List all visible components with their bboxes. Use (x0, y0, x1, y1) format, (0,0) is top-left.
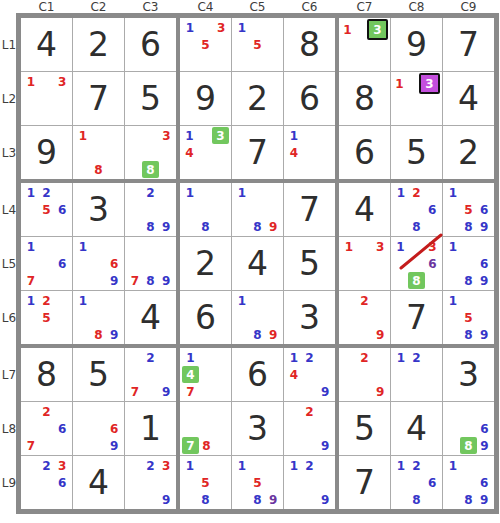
candidate-2: 2 (143, 184, 159, 201)
cell-L3C6[interactable]: 14 (284, 126, 335, 179)
cell-L4C4[interactable]: 18 (180, 183, 231, 236)
candidate-grid: 135 (180, 18, 231, 71)
cell-L4C1[interactable]: 1256 (21, 183, 72, 236)
candidate-1: 1 (286, 457, 302, 474)
row-label-L4: L4 (2, 203, 16, 217)
cell-L4C5[interactable]: 189 (232, 183, 283, 236)
candidate-1: 1 (341, 238, 357, 255)
magenta-box: 3 (419, 73, 440, 94)
candidate-6: 6 (424, 201, 440, 218)
placed-digit: 7 (284, 183, 335, 236)
cell-L3C2[interactable]: 18 (73, 126, 124, 179)
candidate-grid: 267 (21, 402, 72, 455)
candidate-7-highlight: 7 (182, 437, 199, 454)
candidate-4: 4 (182, 144, 197, 161)
candidate-3: 3 (372, 238, 388, 255)
candidate-1: 1 (445, 238, 461, 255)
candidate-8: 8 (461, 491, 477, 508)
cell-L8C1[interactable]: 267 (21, 402, 72, 455)
candidate-grid: 169 (73, 237, 124, 290)
cell-L9C5[interactable]: 1589 (232, 456, 283, 509)
candidate-8: 8 (91, 326, 107, 343)
candidate-2: 2 (409, 457, 425, 474)
candidate-2: 2 (357, 349, 373, 366)
row-label-L3: L3 (2, 146, 16, 160)
cell-L7C3[interactable]: 279 (125, 348, 176, 401)
cell-L2C1[interactable]: 13 (21, 72, 72, 125)
box-1-1: 426137591838 (21, 18, 176, 179)
cell-L4C6[interactable]: 7 (284, 183, 335, 236)
cell-L6C9[interactable]: 1589 (443, 291, 494, 344)
candidate-9: 9 (106, 437, 122, 454)
candidate-grid: 13 (339, 18, 390, 71)
candidate-3: 3 (159, 127, 174, 144)
candidate-grid: 289 (125, 183, 176, 236)
candidate-grid: 789 (125, 237, 176, 290)
candidate-1: 1 (23, 73, 39, 90)
col-label-C7: C7 (356, 0, 372, 14)
candidate-7: 7 (23, 272, 39, 289)
candidate-grid: 29 (339, 291, 390, 344)
cell-L9C4[interactable]: 158 (180, 456, 231, 509)
candidate-6: 6 (425, 255, 440, 272)
candidate-9: 9 (317, 491, 333, 508)
cell-L7C6[interactable]: 1249 (284, 348, 335, 401)
placed-digit: 6 (180, 291, 231, 344)
cell-L9C1[interactable]: 236 (21, 456, 72, 509)
cell-L2C5[interactable]: 2 (232, 72, 283, 125)
cell-L2C7[interactable]: 8 (339, 72, 390, 125)
candidate-2: 2 (357, 292, 373, 309)
cell-L8C6[interactable]: 29 (284, 402, 335, 455)
cell-L5C6[interactable]: 5 (284, 237, 335, 290)
candidate-8: 8 (143, 218, 159, 235)
candidate-6: 6 (54, 201, 70, 218)
placed-digit: 2 (180, 237, 231, 290)
candidate-3-struck: 3 (425, 238, 440, 255)
cell-L1C3[interactable]: 6 (125, 18, 176, 71)
candidate-1: 1 (445, 292, 461, 309)
placed-digit: 4 (21, 18, 72, 71)
candidate-grid: 38 (125, 126, 176, 179)
candidate-7: 7 (182, 383, 199, 400)
candidate-1: 1 (341, 19, 354, 40)
placed-digit: 6 (125, 18, 176, 71)
green-box: 8 (408, 272, 425, 289)
candidate-1: 1 (75, 238, 91, 255)
cell-L8C3[interactable]: 1 (125, 402, 176, 455)
candidate-grid: 69 (73, 402, 124, 455)
candidate-grid: 1689 (443, 237, 494, 290)
candidate-3: 3 (158, 457, 174, 474)
placed-digit: 4 (232, 237, 283, 290)
candidate-9: 9 (317, 437, 333, 454)
candidate-1: 1 (393, 349, 409, 366)
row-label-L8: L8 (2, 422, 16, 436)
candidate-grid: 78 (180, 402, 231, 455)
green-box: 7 (182, 437, 199, 454)
candidate-1: 1 (182, 127, 197, 144)
placed-digit: 5 (125, 72, 176, 125)
candidate-2: 2 (409, 349, 425, 366)
candidate-9: 9 (158, 272, 174, 289)
cell-L7C2[interactable]: 5 (73, 348, 124, 401)
candidate-5: 5 (461, 201, 477, 218)
cell-L8C5[interactable]: 3 (232, 402, 283, 455)
candidate-1: 1 (234, 292, 250, 309)
candidate-grid: 1268 (391, 456, 442, 509)
cell-L5C5[interactable]: 4 (232, 237, 283, 290)
candidate-6: 6 (54, 420, 70, 437)
cell-L5C3[interactable]: 789 (125, 237, 176, 290)
col-label-C1: C1 (38, 0, 54, 14)
candidate-3-highlight: 3 (367, 19, 388, 40)
placed-digit: 5 (284, 237, 335, 290)
candidate-grid: 15689 (443, 183, 494, 236)
candidate-4-highlight: 4 (182, 366, 199, 383)
cell-L1C9[interactable]: 7 (443, 18, 494, 71)
candidate-1: 1 (182, 184, 198, 201)
candidate-grid: 189 (232, 291, 283, 344)
cell-L4C7[interactable]: 4 (339, 183, 390, 236)
cell-L2C8[interactable]: 13 (391, 72, 442, 125)
sudoku-board: 4261375918381351589261347141397813465212… (16, 13, 499, 514)
cell-L4C2[interactable]: 3 (73, 183, 124, 236)
cell-L6C1[interactable]: 125 (21, 291, 72, 344)
cell-L5C7[interactable]: 13 (339, 237, 390, 290)
candidate-grid: 1589 (443, 291, 494, 344)
col-label-C8: C8 (408, 0, 424, 14)
cell-L8C9[interactable]: 689 (443, 402, 494, 455)
cell-L3C8[interactable]: 5 (391, 126, 442, 179)
candidate-8: 8 (250, 326, 266, 343)
candidate-grid: 125 (21, 291, 72, 344)
cell-L9C8[interactable]: 1268 (391, 456, 442, 509)
candidate-6: 6 (106, 420, 122, 437)
placed-digit: 1 (125, 402, 176, 455)
candidate-1: 1 (75, 127, 91, 144)
box-2-3: 412681568913136816892971589 (339, 183, 494, 344)
candidate-1: 1 (393, 238, 408, 255)
placed-digit: 6 (339, 126, 390, 179)
candidate-6: 6 (106, 255, 122, 272)
cell-L5C8[interactable]: 1368 (391, 237, 442, 290)
candidate-9: 9 (372, 326, 388, 343)
col-label-C5: C5 (249, 0, 265, 14)
cell-L2C6[interactable]: 6 (284, 72, 335, 125)
candidate-2: 2 (143, 349, 159, 366)
cell-L8C2[interactable]: 69 (73, 402, 124, 455)
candidate-grid: 279 (125, 348, 176, 401)
box-3-3: 2912354689712681689 (339, 348, 494, 509)
candidate-5: 5 (198, 474, 214, 491)
candidate-2: 2 (302, 457, 318, 474)
candidate-3: 3 (54, 457, 70, 474)
candidate-9: 9 (158, 491, 174, 508)
candidate-2: 2 (39, 457, 55, 474)
placed-digit: 2 (443, 126, 494, 179)
candidate-grid: 189 (232, 183, 283, 236)
cell-L7C7[interactable]: 29 (339, 348, 390, 401)
cell-L1C7[interactable]: 13 (339, 18, 390, 71)
candidate-grid: 239 (125, 456, 176, 509)
candidate-9: 9 (265, 326, 281, 343)
placed-digit: 7 (232, 126, 283, 179)
candidate-grid: 147 (180, 348, 231, 401)
cell-L9C9[interactable]: 1689 (443, 456, 494, 509)
candidate-grid: 189 (73, 291, 124, 344)
cell-L6C5[interactable]: 189 (232, 291, 283, 344)
candidate-grid: 129 (284, 456, 335, 509)
candidate-9: 9 (476, 326, 492, 343)
candidate-5: 5 (39, 309, 55, 326)
candidate-8: 8 (199, 437, 214, 454)
candidate-6: 6 (476, 474, 492, 491)
candidate-9: 9 (372, 383, 388, 400)
candidate-grid: 14 (284, 126, 335, 179)
candidate-3-highlight: 3 (212, 127, 229, 144)
candidate-grid: 1268 (391, 183, 442, 236)
placed-digit: 3 (443, 348, 494, 401)
cell-L9C6[interactable]: 129 (284, 456, 335, 509)
candidate-grid: 167 (21, 237, 72, 290)
cell-L7C8[interactable]: 12 (391, 348, 442, 401)
candidate-8: 8 (250, 218, 266, 235)
candidate-9: 9 (476, 272, 492, 289)
col-label-C6: C6 (301, 0, 317, 14)
candidate-4: 4 (286, 144, 302, 161)
candidate-1: 1 (23, 184, 39, 201)
cell-L4C9[interactable]: 15689 (443, 183, 494, 236)
box-2-2: 18189724561893 (180, 183, 335, 344)
placed-digit: 7 (391, 291, 442, 344)
placed-digit: 9 (180, 72, 231, 125)
candidate-1: 1 (445, 184, 461, 201)
cell-L2C9[interactable]: 4 (443, 72, 494, 125)
candidate-grid: 13 (21, 72, 72, 125)
candidate-9: 9 (106, 272, 122, 289)
green-box: 4 (182, 366, 199, 383)
box-1-3: 13978134652 (339, 18, 494, 179)
cell-L1C2[interactable]: 2 (73, 18, 124, 71)
candidate-8: 8 (461, 272, 477, 289)
col-label-C3: C3 (142, 0, 158, 14)
candidate-5: 5 (39, 201, 55, 218)
cell-L1C1[interactable]: 4 (21, 18, 72, 71)
candidate-grid: 18 (180, 183, 231, 236)
candidate-1: 1 (75, 292, 91, 309)
candidate-8: 8 (250, 491, 266, 508)
candidate-1: 1 (182, 19, 198, 36)
candidate-grid: 1249 (284, 348, 335, 401)
cell-L7C5[interactable]: 6 (232, 348, 283, 401)
cell-L9C7[interactable]: 7 (339, 456, 390, 509)
candidate-8: 8 (198, 218, 214, 235)
cell-L8C7[interactable]: 5 (339, 402, 390, 455)
candidate-7: 7 (127, 272, 143, 289)
cell-L6C3[interactable]: 4 (125, 291, 176, 344)
cell-L9C2[interactable]: 4 (73, 456, 124, 509)
cell-L7C1[interactable]: 8 (21, 348, 72, 401)
col-label-C2: C2 (90, 0, 106, 14)
candidate-8: 8 (409, 218, 425, 235)
cell-L5C4[interactable]: 2 (180, 237, 231, 290)
cell-L1C6[interactable]: 8 (284, 18, 335, 71)
candidate-1: 1 (234, 457, 250, 474)
placed-digit: 8 (21, 348, 72, 401)
placed-digit: 3 (232, 402, 283, 455)
cell-L6C4[interactable]: 6 (180, 291, 231, 344)
placed-digit: 4 (125, 291, 176, 344)
cell-L5C2[interactable]: 169 (73, 237, 124, 290)
cell-L3C3[interactable]: 38 (125, 126, 176, 179)
candidate-8: 8 (91, 161, 107, 178)
cell-L1C5[interactable]: 15 (232, 18, 283, 71)
candidate-grid: 1368 (391, 237, 442, 290)
candidate-8: 8 (409, 491, 425, 508)
placed-digit: 4 (443, 72, 494, 125)
candidate-8: 8 (143, 272, 159, 289)
placed-digit: 3 (73, 183, 124, 236)
cell-L3C1[interactable]: 9 (21, 126, 72, 179)
placed-digit: 5 (73, 348, 124, 401)
placed-digit: 3 (284, 291, 335, 344)
candidate-9: 9 (106, 326, 122, 343)
placed-digit: 2 (73, 18, 124, 71)
candidate-5: 5 (198, 36, 214, 53)
placed-digit: 4 (391, 402, 442, 455)
candidate-8: 8 (198, 491, 214, 508)
candidate-1: 1 (393, 73, 406, 94)
candidate-9: 9 (476, 491, 492, 508)
candidate-9: 9 (158, 218, 174, 235)
candidate-3: 3 (54, 73, 70, 90)
placed-digit: 5 (391, 126, 442, 179)
placed-digit: 7 (73, 72, 124, 125)
candidate-1: 1 (182, 457, 198, 474)
candidate-5: 5 (250, 36, 266, 53)
candidate-1: 1 (286, 127, 302, 144)
green-box: 8 (460, 437, 477, 454)
candidate-8: 8 (461, 218, 477, 235)
candidate-1: 1 (445, 457, 461, 474)
candidate-grid: 1689 (443, 456, 494, 509)
cell-L1C4[interactable]: 135 (180, 18, 231, 71)
cell-L3C5[interactable]: 7 (232, 126, 283, 179)
sudoku-screenshot: C1C2C3C4C5C6C7C8C9 L1L2L3L4L5L6L7L8L9 42… (0, 0, 500, 523)
cell-L5C1[interactable]: 167 (21, 237, 72, 290)
cell-L9C3[interactable]: 239 (125, 456, 176, 509)
cell-L7C9[interactable]: 3 (443, 348, 494, 401)
candidate-1: 1 (234, 19, 250, 36)
cell-L6C8[interactable]: 7 (391, 291, 442, 344)
candidate-7: 7 (127, 383, 143, 400)
candidate-9: 9 (476, 218, 492, 235)
candidate-6: 6 (476, 255, 492, 272)
candidate-2: 2 (39, 292, 55, 309)
candidate-2: 2 (302, 349, 318, 366)
row-label-L9: L9 (2, 476, 16, 490)
placed-digit: 6 (232, 348, 283, 401)
candidate-6: 6 (54, 474, 70, 491)
cell-L6C7[interactable]: 29 (339, 291, 390, 344)
candidate-1: 1 (286, 349, 302, 366)
candidate-5: 5 (250, 474, 266, 491)
cell-L2C4[interactable]: 9 (180, 72, 231, 125)
placed-digit: 9 (391, 18, 442, 71)
candidate-grid: 29 (339, 348, 390, 401)
candidate-grid: 158 (180, 456, 231, 509)
candidate-1: 1 (23, 292, 39, 309)
candidate-1: 1 (393, 457, 409, 474)
cell-L8C8[interactable]: 4 (391, 402, 442, 455)
candidate-grid: 236 (21, 456, 72, 509)
cell-L4C8[interactable]: 1268 (391, 183, 442, 236)
candidate-1: 1 (393, 184, 409, 201)
col-label-C4: C4 (197, 0, 213, 14)
candidate-9: 9 (317, 383, 333, 400)
placed-digit: 4 (339, 183, 390, 236)
candidate-grid: 13 (339, 237, 390, 290)
candidate-2: 2 (39, 184, 55, 201)
candidate-3-highlight: 3 (419, 73, 440, 94)
candidate-6: 6 (477, 420, 492, 437)
candidate-grid: 15 (232, 18, 283, 71)
row-label-L7: L7 (2, 368, 16, 382)
candidate-8: 8 (461, 326, 477, 343)
cell-L6C2[interactable]: 189 (73, 291, 124, 344)
candidate-9: 9 (158, 383, 174, 400)
cell-L1C8[interactable]: 9 (391, 18, 442, 71)
candidate-2: 2 (143, 457, 159, 474)
cell-L8C4[interactable]: 78 (180, 402, 231, 455)
placed-digit: 8 (284, 18, 335, 71)
candidate-grid: 29 (284, 402, 335, 455)
candidate-2: 2 (39, 403, 55, 420)
cell-L7C4[interactable]: 147 (180, 348, 231, 401)
box-3-2: 14761249783291581589129 (180, 348, 335, 509)
candidate-grid: 13 (391, 72, 442, 125)
candidate-9: 9 (477, 437, 492, 454)
placed-digit: 9 (21, 126, 72, 179)
box-3-1: 852792676912364239 (21, 348, 176, 509)
green-box: 3 (367, 19, 388, 40)
cell-L4C3[interactable]: 289 (125, 183, 176, 236)
cell-L3C7[interactable]: 6 (339, 126, 390, 179)
box-2-1: 125632891671697891251894 (21, 183, 176, 344)
candidate-grid: 689 (443, 402, 494, 455)
row-label-L1: L1 (2, 38, 16, 52)
cell-L2C3[interactable]: 5 (125, 72, 176, 125)
candidate-1: 1 (182, 349, 199, 366)
candidate-8-highlight: 8 (142, 161, 159, 178)
candidate-2: 2 (409, 184, 425, 201)
candidate-6: 6 (424, 474, 440, 491)
placed-digit: 6 (284, 72, 335, 125)
candidate-grid: 18 (73, 126, 124, 179)
cell-L5C9[interactable]: 1689 (443, 237, 494, 290)
candidate-6: 6 (476, 201, 492, 218)
cell-L3C4[interactable]: 134 (180, 126, 231, 179)
cell-L2C2[interactable]: 7 (73, 72, 124, 125)
candidate-grid: 1256 (21, 183, 72, 236)
candidate-3: 3 (213, 19, 229, 36)
cell-L6C6[interactable]: 3 (284, 291, 335, 344)
cell-L3C9[interactable]: 2 (443, 126, 494, 179)
candidate-2: 2 (302, 403, 318, 420)
candidate-8-highlight: 8 (460, 437, 477, 454)
candidate-8-highlight: 8 (408, 272, 425, 289)
